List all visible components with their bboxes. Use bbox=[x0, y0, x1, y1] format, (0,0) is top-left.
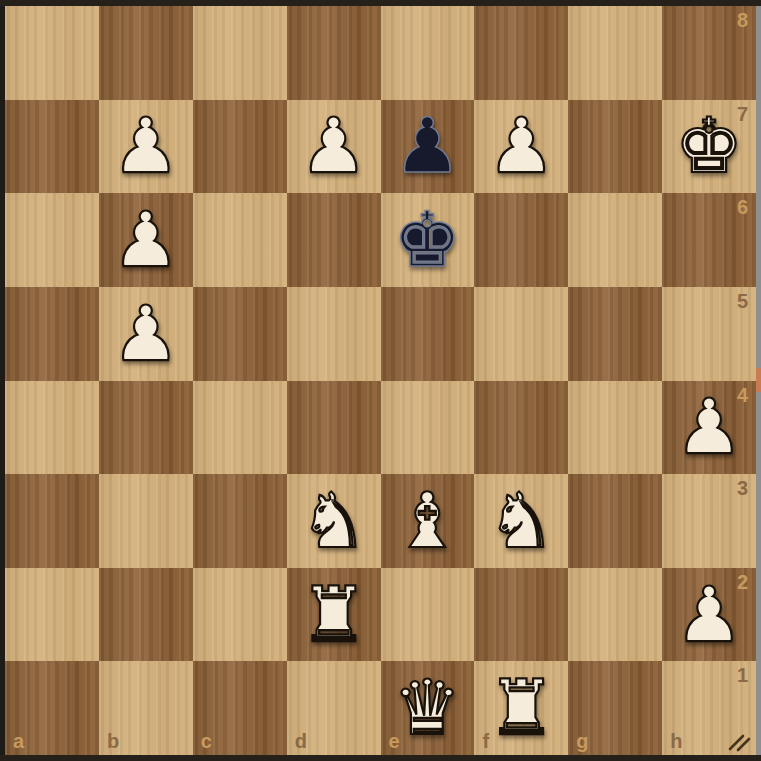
square-h8[interactable]: 8 bbox=[662, 6, 756, 100]
square-e7[interactable]: ♟ bbox=[381, 100, 475, 194]
file-label-b: b bbox=[107, 730, 119, 753]
white-pawn[interactable]: ♟ bbox=[662, 568, 756, 662]
white-bishop[interactable]: ♝ bbox=[381, 474, 475, 568]
file-label-g: g bbox=[576, 730, 588, 753]
square-d4[interactable] bbox=[287, 381, 381, 475]
square-a7[interactable] bbox=[5, 100, 99, 194]
square-c7[interactable] bbox=[193, 100, 287, 194]
white-pawn[interactable]: ♟ bbox=[474, 100, 568, 194]
square-d1[interactable]: d bbox=[287, 661, 381, 755]
scrollbar-marker[interactable] bbox=[756, 368, 761, 392]
square-e6[interactable]: ♚ bbox=[381, 193, 475, 287]
white-rook[interactable]: ♜ bbox=[287, 568, 381, 662]
square-a1[interactable]: a bbox=[5, 661, 99, 755]
square-d5[interactable] bbox=[287, 287, 381, 381]
square-h5[interactable]: 5 bbox=[662, 287, 756, 381]
white-pawn[interactable]: ♟ bbox=[662, 381, 756, 475]
square-f6[interactable] bbox=[474, 193, 568, 287]
white-pawn[interactable]: ♟ bbox=[99, 100, 193, 194]
white-rook[interactable]: ♜ bbox=[474, 661, 568, 755]
square-a5[interactable] bbox=[5, 287, 99, 381]
square-a6[interactable] bbox=[5, 193, 99, 287]
square-g4[interactable] bbox=[568, 381, 662, 475]
square-b8[interactable] bbox=[99, 6, 193, 100]
square-a8[interactable] bbox=[5, 6, 99, 100]
square-g7[interactable] bbox=[568, 100, 662, 194]
square-b2[interactable] bbox=[99, 568, 193, 662]
rank-label-8: 8 bbox=[737, 9, 748, 32]
square-b5[interactable]: ♟ bbox=[99, 287, 193, 381]
square-c4[interactable] bbox=[193, 381, 287, 475]
square-g1[interactable]: g bbox=[568, 661, 662, 755]
square-e1[interactable]: ♛e bbox=[381, 661, 475, 755]
square-c3[interactable] bbox=[193, 474, 287, 568]
square-f7[interactable]: ♟ bbox=[474, 100, 568, 194]
black-pawn[interactable]: ♟ bbox=[381, 100, 475, 194]
square-g8[interactable] bbox=[568, 6, 662, 100]
square-c6[interactable] bbox=[193, 193, 287, 287]
square-e2[interactable] bbox=[381, 568, 475, 662]
square-d3[interactable]: ♞ bbox=[287, 474, 381, 568]
square-e4[interactable] bbox=[381, 381, 475, 475]
resize-handle-icon[interactable] bbox=[728, 732, 752, 752]
white-pawn[interactable]: ♟ bbox=[99, 287, 193, 381]
square-g5[interactable] bbox=[568, 287, 662, 381]
square-h2[interactable]: ♟2 bbox=[662, 568, 756, 662]
square-f5[interactable] bbox=[474, 287, 568, 381]
white-queen[interactable]: ♛ bbox=[381, 661, 475, 755]
file-label-h: h bbox=[670, 730, 682, 753]
white-pawn[interactable]: ♟ bbox=[287, 100, 381, 194]
white-knight[interactable]: ♞ bbox=[287, 474, 381, 568]
square-f8[interactable] bbox=[474, 6, 568, 100]
file-label-d: d bbox=[295, 730, 307, 753]
white-pawn[interactable]: ♟ bbox=[99, 193, 193, 287]
square-f1[interactable]: ♜f bbox=[474, 661, 568, 755]
square-c5[interactable] bbox=[193, 287, 287, 381]
square-f3[interactable]: ♞ bbox=[474, 474, 568, 568]
white-knight[interactable]: ♞ bbox=[474, 474, 568, 568]
square-a4[interactable] bbox=[5, 381, 99, 475]
square-d2[interactable]: ♜ bbox=[287, 568, 381, 662]
square-c8[interactable] bbox=[193, 6, 287, 100]
square-d7[interactable]: ♟ bbox=[287, 100, 381, 194]
square-c1[interactable]: c bbox=[193, 661, 287, 755]
square-b6[interactable]: ♟ bbox=[99, 193, 193, 287]
file-label-a: a bbox=[13, 730, 24, 753]
right-scrollbar[interactable] bbox=[756, 6, 761, 755]
square-c2[interactable] bbox=[193, 568, 287, 662]
square-b3[interactable] bbox=[99, 474, 193, 568]
top-frame-bar bbox=[0, 0, 761, 6]
black-king[interactable]: ♚ bbox=[381, 193, 475, 287]
square-h7[interactable]: ♚7 bbox=[662, 100, 756, 194]
square-d8[interactable] bbox=[287, 6, 381, 100]
square-f2[interactable] bbox=[474, 568, 568, 662]
square-b4[interactable] bbox=[99, 381, 193, 475]
rank-label-3: 3 bbox=[737, 477, 748, 500]
rank-label-6: 6 bbox=[737, 196, 748, 219]
square-h4[interactable]: ♟4 bbox=[662, 381, 756, 475]
square-a2[interactable] bbox=[5, 568, 99, 662]
white-king[interactable]: ♚ bbox=[662, 100, 756, 194]
file-label-c: c bbox=[201, 730, 212, 753]
square-d6[interactable] bbox=[287, 193, 381, 287]
square-b1[interactable]: b bbox=[99, 661, 193, 755]
square-g3[interactable] bbox=[568, 474, 662, 568]
rank-label-1: 1 bbox=[737, 664, 748, 687]
chess-app: 8♟♟♟♟♚7♟♚6♟5♟4♞♝♞3♜♟2abcd♛e♜fg1h bbox=[0, 0, 761, 761]
square-h3[interactable]: 3 bbox=[662, 474, 756, 568]
square-f4[interactable] bbox=[474, 381, 568, 475]
square-e5[interactable] bbox=[381, 287, 475, 381]
bottom-frame-bar bbox=[0, 755, 761, 761]
chess-board: 8♟♟♟♟♚7♟♚6♟5♟4♞♝♞3♜♟2abcd♛e♜fg1h bbox=[5, 6, 756, 755]
square-a3[interactable] bbox=[5, 474, 99, 568]
rank-label-5: 5 bbox=[737, 290, 748, 313]
square-e3[interactable]: ♝ bbox=[381, 474, 475, 568]
square-e8[interactable] bbox=[381, 6, 475, 100]
square-g6[interactable] bbox=[568, 193, 662, 287]
square-g2[interactable] bbox=[568, 568, 662, 662]
square-b7[interactable]: ♟ bbox=[99, 100, 193, 194]
square-h6[interactable]: 6 bbox=[662, 193, 756, 287]
